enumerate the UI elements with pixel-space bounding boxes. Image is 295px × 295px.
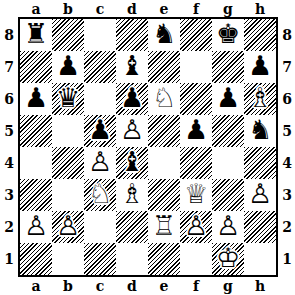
square-g1[interactable]: ♚♔ — [212, 243, 244, 275]
file-label-bottom-c: c — [84, 278, 116, 294]
file-label-bottom-a: a — [20, 278, 52, 294]
square-g3[interactable] — [212, 179, 244, 211]
piece-glyph: ♙ — [118, 115, 146, 145]
square-b7[interactable]: ♟♟ — [52, 51, 84, 83]
square-e4[interactable] — [148, 147, 180, 179]
rank-label-right-4: 4 — [279, 147, 295, 179]
chess-board: ♜♜♞♞♚♚♟♟♝♝♟♟♟♟♛♛♟♟♞♘♟♟♝♗♟♟♟♙♟♟♞♞♟♙♝♝♞♘♝♗… — [18, 17, 278, 277]
square-c1[interactable] — [84, 243, 116, 275]
square-a7[interactable] — [20, 51, 52, 83]
black-bishop: ♝♝ — [118, 147, 146, 177]
white-pawn: ♟♙ — [182, 211, 210, 241]
file-label-bottom-b: b — [52, 278, 84, 294]
black-knight: ♞♞ — [150, 19, 178, 49]
square-a2[interactable]: ♟♙ — [20, 211, 52, 243]
file-label-top-b: b — [52, 1, 84, 17]
square-e7[interactable] — [148, 51, 180, 83]
piece-glyph: ♟ — [118, 83, 146, 113]
file-label-top-c: c — [84, 1, 116, 17]
rank-labels-right: 87654321 — [279, 19, 295, 275]
piece-glyph: ♟ — [54, 51, 82, 81]
piece-glyph: ♟ — [214, 83, 242, 113]
piece-glyph: ♘ — [150, 83, 178, 113]
file-labels-bottom: abcdefgh — [20, 278, 276, 294]
square-b8[interactable] — [52, 19, 84, 51]
piece-glyph: ♚ — [214, 19, 242, 49]
black-pawn: ♟♟ — [246, 51, 274, 81]
square-d1[interactable] — [116, 243, 148, 275]
rank-label-right-2: 2 — [279, 211, 295, 243]
square-g4[interactable] — [212, 147, 244, 179]
rank-label-left-3: 3 — [1, 179, 17, 211]
black-king: ♚♚ — [214, 19, 242, 49]
piece-glyph: ♗ — [246, 83, 274, 113]
square-d7[interactable]: ♝♝ — [116, 51, 148, 83]
file-label-bottom-e: e — [148, 278, 180, 294]
piece-glyph: ♙ — [182, 211, 210, 241]
file-label-top-g: g — [212, 1, 244, 17]
white-rook: ♜♖ — [150, 211, 178, 241]
square-h3[interactable]: ♟♙ — [244, 179, 276, 211]
piece-glyph: ♞ — [150, 19, 178, 49]
file-label-top-h: h — [244, 1, 276, 17]
piece-glyph: ♛ — [54, 83, 82, 113]
piece-glyph: ♖ — [150, 211, 178, 241]
rank-label-left-2: 2 — [1, 211, 17, 243]
rank-label-left-4: 4 — [1, 147, 17, 179]
square-c6[interactable] — [84, 83, 116, 115]
square-a6[interactable]: ♟♟ — [20, 83, 52, 115]
file-label-top-f: f — [180, 1, 212, 17]
square-a4[interactable] — [20, 147, 52, 179]
piece-glyph: ♙ — [54, 211, 82, 241]
square-a8[interactable]: ♜♜ — [20, 19, 52, 51]
square-c8[interactable] — [84, 19, 116, 51]
square-e1[interactable] — [148, 243, 180, 275]
piece-glyph: ♟ — [246, 51, 274, 81]
white-pawn: ♟♙ — [54, 211, 82, 241]
white-knight: ♞♘ — [150, 83, 178, 113]
square-h8[interactable] — [244, 19, 276, 51]
square-c5[interactable]: ♟♟ — [84, 115, 116, 147]
file-label-top-e: e — [148, 1, 180, 17]
piece-glyph: ♜ — [22, 19, 50, 49]
rank-labels-left: 87654321 — [1, 19, 17, 275]
rank-label-left-7: 7 — [1, 51, 17, 83]
rank-label-right-1: 1 — [279, 243, 295, 275]
file-label-bottom-f: f — [180, 278, 212, 294]
rank-label-right-6: 6 — [279, 83, 295, 115]
file-label-bottom-d: d — [116, 278, 148, 294]
square-d3[interactable]: ♝♗ — [116, 179, 148, 211]
square-h5[interactable]: ♞♞ — [244, 115, 276, 147]
black-pawn: ♟♟ — [214, 83, 242, 113]
square-f5[interactable]: ♟♟ — [180, 115, 212, 147]
square-c2[interactable] — [84, 211, 116, 243]
square-h7[interactable]: ♟♟ — [244, 51, 276, 83]
rank-label-right-5: 5 — [279, 115, 295, 147]
square-b3[interactable] — [52, 179, 84, 211]
square-e2[interactable]: ♜♖ — [148, 211, 180, 243]
square-e6[interactable]: ♞♘ — [148, 83, 180, 115]
square-a5[interactable] — [20, 115, 52, 147]
black-pawn: ♟♟ — [54, 51, 82, 81]
square-c4[interactable]: ♟♙ — [84, 147, 116, 179]
white-pawn: ♟♙ — [246, 179, 274, 209]
piece-glyph: ♙ — [246, 179, 274, 209]
piece-glyph: ♙ — [214, 211, 242, 241]
file-label-bottom-h: h — [244, 278, 276, 294]
square-h2[interactable] — [244, 211, 276, 243]
square-h4[interactable] — [244, 147, 276, 179]
square-f3[interactable]: ♛♕ — [180, 179, 212, 211]
piece-glyph: ♝ — [118, 147, 146, 177]
square-e5[interactable] — [148, 115, 180, 147]
square-g8[interactable]: ♚♚ — [212, 19, 244, 51]
rank-label-left-8: 8 — [1, 19, 17, 51]
piece-glyph: ♗ — [118, 179, 146, 209]
square-g2[interactable]: ♟♙ — [212, 211, 244, 243]
square-c7[interactable] — [84, 51, 116, 83]
piece-glyph: ♙ — [86, 147, 114, 177]
rank-label-left-5: 5 — [1, 115, 17, 147]
square-f1[interactable] — [180, 243, 212, 275]
square-g6[interactable]: ♟♟ — [212, 83, 244, 115]
white-pawn: ♟♙ — [118, 115, 146, 145]
white-bishop: ♝♗ — [118, 179, 146, 209]
chess-diagram: abcdefgh 87654321 ♜♜♞♞♚♚♟♟♝♝♟♟♟♟♛♛♟♟♞♘♟♟… — [0, 0, 295, 295]
square-f4[interactable] — [180, 147, 212, 179]
square-b4[interactable] — [52, 147, 84, 179]
square-f2[interactable]: ♟♙ — [180, 211, 212, 243]
rank-label-right-3: 3 — [279, 179, 295, 211]
square-g5[interactable] — [212, 115, 244, 147]
piece-glyph: ♘ — [86, 179, 114, 209]
square-b1[interactable] — [52, 243, 84, 275]
square-d5[interactable]: ♟♙ — [116, 115, 148, 147]
square-h6[interactable]: ♝♗ — [244, 83, 276, 115]
rank-label-left-1: 1 — [1, 243, 17, 275]
white-queen: ♛♕ — [182, 179, 210, 209]
square-d6[interactable]: ♟♟ — [116, 83, 148, 115]
square-d4[interactable]: ♝♝ — [116, 147, 148, 179]
file-label-top-d: d — [116, 1, 148, 17]
piece-glyph: ♞ — [246, 115, 274, 145]
black-rook: ♜♜ — [22, 19, 50, 49]
piece-glyph: ♟ — [22, 83, 50, 113]
white-king: ♚♔ — [214, 243, 242, 273]
black-knight: ♞♞ — [246, 115, 274, 145]
file-label-bottom-g: g — [212, 278, 244, 294]
black-pawn: ♟♟ — [86, 115, 114, 145]
square-d2[interactable] — [116, 211, 148, 243]
square-b6[interactable]: ♛♛ — [52, 83, 84, 115]
rank-label-right-7: 7 — [279, 51, 295, 83]
piece-glyph: ♟ — [182, 115, 210, 145]
white-knight: ♞♘ — [86, 179, 114, 209]
square-g7[interactable] — [212, 51, 244, 83]
black-pawn: ♟♟ — [118, 83, 146, 113]
square-d8[interactable] — [116, 19, 148, 51]
square-e8[interactable]: ♞♞ — [148, 19, 180, 51]
black-pawn: ♟♟ — [22, 83, 50, 113]
black-bishop: ♝♝ — [118, 51, 146, 81]
white-pawn: ♟♙ — [214, 211, 242, 241]
square-f7[interactable] — [180, 51, 212, 83]
piece-glyph: ♕ — [182, 179, 210, 209]
rank-label-left-6: 6 — [1, 83, 17, 115]
rank-label-right-8: 8 — [279, 19, 295, 51]
square-f6[interactable] — [180, 83, 212, 115]
white-bishop: ♝♗ — [246, 83, 274, 113]
square-h1[interactable] — [244, 243, 276, 275]
piece-glyph: ♔ — [214, 243, 242, 273]
square-b5[interactable] — [52, 115, 84, 147]
file-label-top-a: a — [20, 1, 52, 17]
black-pawn: ♟♟ — [182, 115, 210, 145]
white-pawn: ♟♙ — [22, 211, 50, 241]
square-f8[interactable] — [180, 19, 212, 51]
square-a3[interactable] — [20, 179, 52, 211]
square-e3[interactable] — [148, 179, 180, 211]
square-c3[interactable]: ♞♘ — [84, 179, 116, 211]
square-a1[interactable] — [20, 243, 52, 275]
white-pawn: ♟♙ — [86, 147, 114, 177]
piece-glyph: ♝ — [118, 51, 146, 81]
square-b2[interactable]: ♟♙ — [52, 211, 84, 243]
piece-glyph: ♙ — [22, 211, 50, 241]
piece-glyph: ♟ — [86, 115, 114, 145]
black-queen: ♛♛ — [54, 83, 82, 113]
file-labels-top: abcdefgh — [20, 1, 276, 17]
